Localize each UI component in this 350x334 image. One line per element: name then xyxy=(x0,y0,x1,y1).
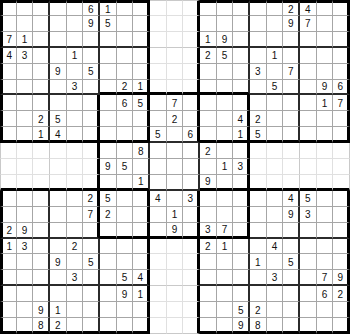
cell-r11c10[interactable] xyxy=(150,159,167,175)
cell-r21c13[interactable] xyxy=(200,318,217,334)
cell-r16c13[interactable]: 2 xyxy=(200,239,217,255)
cell-r20c5[interactable] xyxy=(67,302,84,318)
cell-r2c5[interactable] xyxy=(67,16,84,32)
cell-r21c14[interactable] xyxy=(217,318,234,334)
cell-r15c3[interactable] xyxy=(33,223,50,239)
cell-r8c6[interactable] xyxy=(83,111,100,127)
cell-r1c13[interactable] xyxy=(200,0,217,16)
cell-r14c10[interactable] xyxy=(150,207,167,223)
cell-r15c15[interactable] xyxy=(233,223,250,239)
cell-r6c20[interactable]: 9 xyxy=(317,80,334,96)
cell-r13c7[interactable]: 5 xyxy=(100,191,117,207)
cell-r20c17[interactable] xyxy=(267,302,284,318)
cell-r2c6[interactable]: 9 xyxy=(83,16,100,32)
cell-r11c7[interactable]: 9 xyxy=(100,159,117,175)
cell-r21c8[interactable] xyxy=(117,318,134,334)
cell-r12c13[interactable]: 9 xyxy=(200,175,217,191)
cell-r10c10[interactable] xyxy=(150,143,167,159)
cell-r1c7[interactable]: 1 xyxy=(100,0,117,16)
cell-r6c6[interactable] xyxy=(83,80,100,96)
cell-r19c5[interactable] xyxy=(67,286,84,302)
cell-r2c16[interactable] xyxy=(250,16,267,32)
cell-r9c15[interactable]: 1 xyxy=(233,127,250,143)
cell-r12c11[interactable] xyxy=(167,175,184,191)
cell-r19c18[interactable] xyxy=(283,286,300,302)
cell-r2c4[interactable] xyxy=(50,16,67,32)
cell-r8c13[interactable] xyxy=(200,111,217,127)
cell-r20c9[interactable] xyxy=(133,302,150,318)
cell-r7c7[interactable] xyxy=(100,95,117,111)
cell-r21c9[interactable] xyxy=(133,318,150,334)
cell-r13c19[interactable]: 5 xyxy=(300,191,317,207)
cell-r8c2[interactable] xyxy=(17,111,34,127)
cell-r4c19[interactable] xyxy=(300,48,317,64)
cell-r5c9[interactable] xyxy=(133,64,150,80)
cell-r13c13[interactable] xyxy=(200,191,217,207)
cell-r16c16[interactable] xyxy=(250,239,267,255)
cell-r17c21[interactable] xyxy=(333,254,350,270)
cell-r21c2[interactable] xyxy=(17,318,34,334)
cell-r7c4[interactable] xyxy=(50,95,67,111)
cell-r18c9[interactable]: 4 xyxy=(133,270,150,286)
cell-r19c1[interactable] xyxy=(0,286,17,302)
cell-r12c15[interactable] xyxy=(233,175,250,191)
cell-r2c9[interactable] xyxy=(133,16,150,32)
cell-r11c12[interactable] xyxy=(183,159,200,175)
cell-r16c19[interactable] xyxy=(300,239,317,255)
cell-r15c9[interactable] xyxy=(133,223,150,239)
cell-r5c5[interactable] xyxy=(67,64,84,80)
cell-r8c17[interactable] xyxy=(267,111,284,127)
cell-r14c18[interactable]: 9 xyxy=(283,207,300,223)
cell-r11c14[interactable]: 1 xyxy=(217,159,234,175)
cell-r14c2[interactable] xyxy=(17,207,34,223)
cell-r2c15[interactable] xyxy=(233,16,250,32)
cell-r14c16[interactable] xyxy=(250,207,267,223)
cell-r21c17[interactable] xyxy=(267,318,284,334)
cell-r12c14[interactable] xyxy=(217,175,234,191)
cell-r18c14[interactable] xyxy=(217,270,234,286)
cell-r17c19[interactable] xyxy=(300,254,317,270)
cell-r2c3[interactable] xyxy=(33,16,50,32)
cell-r21c19[interactable] xyxy=(300,318,317,334)
cell-r12c12[interactable] xyxy=(183,175,200,191)
cell-r6c9[interactable]: 1 xyxy=(133,80,150,96)
cell-r1c14[interactable] xyxy=(217,0,234,16)
cell-r8c16[interactable]: 2 xyxy=(250,111,267,127)
cell-r18c17[interactable]: 3 xyxy=(267,270,284,286)
cell-r15c17[interactable] xyxy=(267,223,284,239)
cell-r3c6[interactable] xyxy=(83,32,100,48)
cell-r16c2[interactable]: 3 xyxy=(17,239,34,255)
cell-r16c18[interactable] xyxy=(283,239,300,255)
cell-r4c4[interactable] xyxy=(50,48,67,64)
cell-r3c9[interactable] xyxy=(133,32,150,48)
cell-r9c14[interactable] xyxy=(217,127,234,143)
cell-r7c15[interactable] xyxy=(233,95,250,111)
cell-r5c13[interactable] xyxy=(200,64,217,80)
cell-r16c4[interactable] xyxy=(50,239,67,255)
cell-r13c8[interactable] xyxy=(117,191,134,207)
cell-r7c21[interactable]: 7 xyxy=(333,95,350,111)
cell-r5c6[interactable]: 5 xyxy=(83,64,100,80)
cell-r19c9[interactable]: 1 xyxy=(133,286,150,302)
cell-r12c7[interactable] xyxy=(100,175,117,191)
cell-r19c17[interactable] xyxy=(267,286,284,302)
cell-r18c16[interactable] xyxy=(250,270,267,286)
cell-r21c15[interactable]: 9 xyxy=(233,318,250,334)
cell-r8c5[interactable] xyxy=(67,111,84,127)
cell-r3c3[interactable] xyxy=(33,32,50,48)
cell-r18c5[interactable]: 3 xyxy=(67,270,84,286)
cell-r14c20[interactable] xyxy=(317,207,334,223)
cell-r11c9[interactable] xyxy=(133,159,150,175)
cell-r4c3[interactable] xyxy=(33,48,50,64)
cell-r13c20[interactable] xyxy=(317,191,334,207)
cell-r4c16[interactable] xyxy=(250,48,267,64)
cell-r19c6[interactable] xyxy=(83,286,100,302)
cell-r4c7[interactable] xyxy=(100,48,117,64)
cell-r17c6[interactable]: 5 xyxy=(83,254,100,270)
cell-r18c21[interactable]: 9 xyxy=(333,270,350,286)
cell-r4c6[interactable] xyxy=(83,48,100,64)
cell-r3c19[interactable] xyxy=(300,32,317,48)
cell-r15c21[interactable] xyxy=(333,223,350,239)
cell-r16c1[interactable]: 1 xyxy=(0,239,17,255)
cell-r1c5[interactable] xyxy=(67,0,84,16)
cell-r10c13[interactable]: 2 xyxy=(200,143,217,159)
cell-r7c11[interactable]: 7 xyxy=(167,95,184,111)
cell-r15c20[interactable] xyxy=(317,223,334,239)
cell-r19c15[interactable] xyxy=(233,286,250,302)
cell-r2c13[interactable] xyxy=(200,16,217,32)
cell-r10c8[interactable] xyxy=(117,143,134,159)
cell-r14c17[interactable] xyxy=(267,207,284,223)
cell-r17c8[interactable] xyxy=(117,254,134,270)
cell-r19c20[interactable]: 6 xyxy=(317,286,334,302)
cell-r1c1[interactable] xyxy=(0,0,17,16)
cell-r4c13[interactable]: 2 xyxy=(200,48,217,64)
cell-r17c17[interactable] xyxy=(267,254,284,270)
cell-r4c17[interactable]: 1 xyxy=(267,48,284,64)
cell-r1c15[interactable] xyxy=(233,0,250,16)
cell-r15c11[interactable]: 9 xyxy=(167,223,184,239)
cell-r13c12[interactable]: 3 xyxy=(183,191,200,207)
cell-r3c14[interactable]: 9 xyxy=(217,32,234,48)
cell-r3c5[interactable] xyxy=(67,32,84,48)
cell-r19c3[interactable] xyxy=(33,286,50,302)
cell-r5c4[interactable]: 9 xyxy=(50,64,67,80)
cell-r15c8[interactable] xyxy=(117,223,134,239)
cell-r16c14[interactable]: 1 xyxy=(217,239,234,255)
cell-r18c6[interactable] xyxy=(83,270,100,286)
cell-r9c7[interactable] xyxy=(100,127,117,143)
cell-r14c21[interactable] xyxy=(333,207,350,223)
cell-r18c15[interactable] xyxy=(233,270,250,286)
cell-r6c3[interactable] xyxy=(33,80,50,96)
cell-r3c17[interactable] xyxy=(267,32,284,48)
cell-r9c10[interactable]: 5 xyxy=(150,127,167,143)
cell-r15c18[interactable] xyxy=(283,223,300,239)
cell-r9c19[interactable] xyxy=(300,127,317,143)
cell-r13c17[interactable] xyxy=(267,191,284,207)
cell-r7c9[interactable]: 5 xyxy=(133,95,150,111)
cell-r15c13[interactable]: 3 xyxy=(200,223,217,239)
cell-r8c14[interactable] xyxy=(217,111,234,127)
cell-r14c8[interactable] xyxy=(117,207,134,223)
cell-r7c16[interactable] xyxy=(250,95,267,111)
cell-r4c20[interactable] xyxy=(317,48,334,64)
cell-r17c1[interactable] xyxy=(0,254,17,270)
cell-r6c4[interactable] xyxy=(50,80,67,96)
cell-r17c5[interactable] xyxy=(67,254,84,270)
cell-r17c15[interactable] xyxy=(233,254,250,270)
cell-r18c1[interactable] xyxy=(0,270,17,286)
cell-r14c1[interactable] xyxy=(0,207,17,223)
cell-r1c2[interactable] xyxy=(17,0,34,16)
cell-r1c18[interactable]: 2 xyxy=(283,0,300,16)
cell-r8c15[interactable]: 4 xyxy=(233,111,250,127)
cell-r17c3[interactable] xyxy=(33,254,50,270)
cell-r13c15[interactable] xyxy=(233,191,250,207)
cell-r14c3[interactable] xyxy=(33,207,50,223)
cell-r19c8[interactable]: 9 xyxy=(117,286,134,302)
cell-r3c8[interactable] xyxy=(117,32,134,48)
cell-r16c21[interactable] xyxy=(333,239,350,255)
cell-r7c20[interactable]: 1 xyxy=(317,95,334,111)
cell-r14c7[interactable]: 2 xyxy=(100,207,117,223)
cell-r17c4[interactable]: 9 xyxy=(50,254,67,270)
cell-r20c8[interactable] xyxy=(117,302,134,318)
cell-r15c19[interactable] xyxy=(300,223,317,239)
cell-r6c13[interactable] xyxy=(200,80,217,96)
cell-r9c21[interactable] xyxy=(333,127,350,143)
cell-r14c6[interactable]: 7 xyxy=(83,207,100,223)
cell-r10c11[interactable] xyxy=(167,143,184,159)
cell-r2c14[interactable] xyxy=(217,16,234,32)
cell-r18c8[interactable]: 5 xyxy=(117,270,134,286)
cell-r5c19[interactable] xyxy=(300,64,317,80)
cell-r7c12[interactable] xyxy=(183,95,200,111)
cell-r2c8[interactable] xyxy=(117,16,134,32)
cell-r9c3[interactable]: 1 xyxy=(33,127,50,143)
cell-r13c18[interactable]: 4 xyxy=(283,191,300,207)
cell-r3c7[interactable] xyxy=(100,32,117,48)
cell-r3c15[interactable] xyxy=(233,32,250,48)
cell-r13c11[interactable] xyxy=(167,191,184,207)
cell-r5c1[interactable] xyxy=(0,64,17,80)
cell-r5c17[interactable] xyxy=(267,64,284,80)
cell-r3c2[interactable]: 1 xyxy=(17,32,34,48)
cell-r3c16[interactable] xyxy=(250,32,267,48)
cell-r16c8[interactable] xyxy=(117,239,134,255)
cell-r13c14[interactable] xyxy=(217,191,234,207)
cell-r20c19[interactable] xyxy=(300,302,317,318)
cell-r20c6[interactable] xyxy=(83,302,100,318)
cell-r9c8[interactable] xyxy=(117,127,134,143)
cell-r7c14[interactable] xyxy=(217,95,234,111)
cell-r19c16[interactable] xyxy=(250,286,267,302)
cell-r20c20[interactable] xyxy=(317,302,334,318)
cell-r8c12[interactable] xyxy=(183,111,200,127)
cell-r17c2[interactable] xyxy=(17,254,34,270)
cell-r14c15[interactable] xyxy=(233,207,250,223)
cell-r9c9[interactable] xyxy=(133,127,150,143)
cell-r21c21[interactable] xyxy=(333,318,350,334)
cell-r16c9[interactable] xyxy=(133,239,150,255)
cell-r13c5[interactable] xyxy=(67,191,84,207)
cell-r21c4[interactable]: 2 xyxy=(50,318,67,334)
cell-r4c8[interactable] xyxy=(117,48,134,64)
cell-r12c9[interactable]: 1 xyxy=(133,175,150,191)
cell-r11c13[interactable] xyxy=(200,159,217,175)
cell-r4c2[interactable]: 3 xyxy=(17,48,34,64)
cell-r11c8[interactable]: 5 xyxy=(117,159,134,175)
cell-r21c5[interactable] xyxy=(67,318,84,334)
cell-r10c14[interactable] xyxy=(217,143,234,159)
cell-r19c19[interactable] xyxy=(300,286,317,302)
cell-r13c4[interactable] xyxy=(50,191,67,207)
cell-r20c21[interactable] xyxy=(333,302,350,318)
cell-r6c14[interactable] xyxy=(217,80,234,96)
cell-r20c18[interactable] xyxy=(283,302,300,318)
cell-r12c10[interactable] xyxy=(150,175,167,191)
cell-r9c5[interactable] xyxy=(67,127,84,143)
cell-r1c8[interactable] xyxy=(117,0,134,16)
cell-r6c7[interactable] xyxy=(100,80,117,96)
cell-r2c17[interactable] xyxy=(267,16,284,32)
cell-r5c18[interactable]: 7 xyxy=(283,64,300,80)
cell-r17c16[interactable]: 1 xyxy=(250,254,267,270)
cell-r18c2[interactable] xyxy=(17,270,34,286)
cell-r5c15[interactable] xyxy=(233,64,250,80)
cell-r16c3[interactable] xyxy=(33,239,50,255)
cell-r9c2[interactable] xyxy=(17,127,34,143)
cell-r8c8[interactable] xyxy=(117,111,134,127)
cell-r1c20[interactable] xyxy=(317,0,334,16)
cell-r13c9[interactable] xyxy=(133,191,150,207)
cell-r9c17[interactable] xyxy=(267,127,284,143)
cell-r2c1[interactable] xyxy=(0,16,17,32)
cell-r21c7[interactable] xyxy=(100,318,117,334)
cell-r13c2[interactable] xyxy=(17,191,34,207)
cell-r11c15[interactable]: 3 xyxy=(233,159,250,175)
cell-r17c20[interactable] xyxy=(317,254,334,270)
cell-r14c4[interactable] xyxy=(50,207,67,223)
cell-r14c13[interactable] xyxy=(200,207,217,223)
cell-r20c2[interactable] xyxy=(17,302,34,318)
cell-r1c19[interactable]: 4 xyxy=(300,0,317,16)
cell-r10c9[interactable]: 8 xyxy=(133,143,150,159)
cell-r8c4[interactable]: 5 xyxy=(50,111,67,127)
cell-r7c19[interactable] xyxy=(300,95,317,111)
cell-r9c13[interactable] xyxy=(200,127,217,143)
cell-r8c1[interactable] xyxy=(0,111,17,127)
cell-r17c18[interactable]: 5 xyxy=(283,254,300,270)
cell-r1c21[interactable] xyxy=(333,0,350,16)
cell-r15c2[interactable]: 9 xyxy=(17,223,34,239)
cell-r11c11[interactable] xyxy=(167,159,184,175)
cell-r6c1[interactable] xyxy=(0,80,17,96)
cell-r6c2[interactable] xyxy=(17,80,34,96)
cell-r8c7[interactable] xyxy=(100,111,117,127)
cell-r6c21[interactable]: 6 xyxy=(333,80,350,96)
cell-r16c15[interactable] xyxy=(233,239,250,255)
cell-r5c2[interactable] xyxy=(17,64,34,80)
cell-r19c14[interactable] xyxy=(217,286,234,302)
cell-r17c7[interactable] xyxy=(100,254,117,270)
cell-r9c20[interactable] xyxy=(317,127,334,143)
cell-r7c18[interactable] xyxy=(283,95,300,111)
cell-r19c13[interactable] xyxy=(200,286,217,302)
cell-r5c21[interactable] xyxy=(333,64,350,80)
cell-r4c1[interactable]: 4 xyxy=(0,48,17,64)
cell-r3c21[interactable] xyxy=(333,32,350,48)
cell-r16c7[interactable] xyxy=(100,239,117,255)
cell-r14c11[interactable]: 1 xyxy=(167,207,184,223)
cell-r19c7[interactable] xyxy=(100,286,117,302)
cell-r2c19[interactable]: 7 xyxy=(300,16,317,32)
cell-r9c16[interactable]: 5 xyxy=(250,127,267,143)
cell-r15c6[interactable] xyxy=(83,223,100,239)
cell-r21c1[interactable] xyxy=(0,318,17,334)
cell-r7c3[interactable] xyxy=(33,95,50,111)
cell-r1c9[interactable] xyxy=(133,0,150,16)
cell-r18c7[interactable] xyxy=(100,270,117,286)
cell-r13c21[interactable] xyxy=(333,191,350,207)
cell-r20c4[interactable]: 1 xyxy=(50,302,67,318)
cell-r3c4[interactable] xyxy=(50,32,67,48)
cell-r4c15[interactable] xyxy=(233,48,250,64)
cell-r2c18[interactable]: 9 xyxy=(283,16,300,32)
cell-r5c3[interactable] xyxy=(33,64,50,80)
cell-r13c1[interactable] xyxy=(0,191,17,207)
cell-r8c9[interactable] xyxy=(133,111,150,127)
cell-r20c13[interactable] xyxy=(200,302,217,318)
cell-r8c11[interactable]: 2 xyxy=(167,111,184,127)
cell-r2c7[interactable]: 5 xyxy=(100,16,117,32)
cell-r7c6[interactable] xyxy=(83,95,100,111)
cell-r18c20[interactable]: 7 xyxy=(317,270,334,286)
cell-r16c17[interactable]: 4 xyxy=(267,239,284,255)
cell-r6c5[interactable]: 3 xyxy=(67,80,84,96)
cell-r20c15[interactable]: 5 xyxy=(233,302,250,318)
cell-r3c13[interactable]: 1 xyxy=(200,32,217,48)
cell-r6c8[interactable]: 2 xyxy=(117,80,134,96)
cell-r5c16[interactable]: 3 xyxy=(250,64,267,80)
cell-r7c8[interactable]: 6 xyxy=(117,95,134,111)
cell-r7c5[interactable] xyxy=(67,95,84,111)
cell-r13c6[interactable]: 2 xyxy=(83,191,100,207)
cell-r20c16[interactable]: 2 xyxy=(250,302,267,318)
cell-r7c17[interactable] xyxy=(267,95,284,111)
cell-r19c21[interactable]: 2 xyxy=(333,286,350,302)
cell-r13c16[interactable] xyxy=(250,191,267,207)
cell-r7c10[interactable] xyxy=(150,95,167,111)
cell-r18c3[interactable] xyxy=(33,270,50,286)
cell-r1c3[interactable] xyxy=(33,0,50,16)
cell-r18c13[interactable] xyxy=(200,270,217,286)
cell-r16c5[interactable]: 2 xyxy=(67,239,84,255)
cell-r7c1[interactable] xyxy=(0,95,17,111)
cell-r19c2[interactable] xyxy=(17,286,34,302)
cell-r6c19[interactable] xyxy=(300,80,317,96)
cell-r12c8[interactable] xyxy=(117,175,134,191)
cell-r8c10[interactable] xyxy=(150,111,167,127)
cell-r8c3[interactable]: 2 xyxy=(33,111,50,127)
cell-r1c17[interactable] xyxy=(267,0,284,16)
cell-r15c16[interactable] xyxy=(250,223,267,239)
